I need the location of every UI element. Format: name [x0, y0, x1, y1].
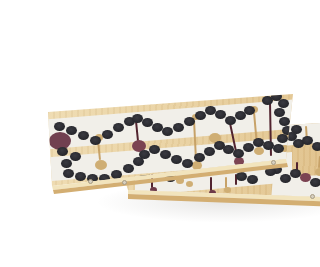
- screw: [122, 180, 127, 185]
- track-dot: [182, 159, 193, 168]
- track-dot: [273, 144, 284, 153]
- track-dot: [61, 159, 72, 168]
- screw: [88, 179, 93, 184]
- pin-circle: [192, 161, 202, 170]
- track-dot: [263, 141, 274, 150]
- track-dot: [70, 152, 81, 161]
- track-dot: [244, 106, 255, 115]
- track-dot: [277, 134, 288, 143]
- track-dot: [162, 127, 173, 136]
- track-dot: [90, 136, 101, 145]
- track-dot: [75, 172, 86, 181]
- track-dot: [194, 153, 205, 162]
- track-dot: [215, 110, 226, 119]
- track-dot: [279, 117, 290, 126]
- track-dot: [149, 145, 160, 154]
- track-dot: [139, 150, 150, 159]
- track-dot: [63, 169, 74, 178]
- track-dot: [160, 150, 171, 159]
- top-board-face: [40, 16, 320, 267]
- track-dot: [274, 108, 285, 117]
- track-dot: [57, 147, 68, 156]
- track-dot: [142, 118, 153, 127]
- track-dot: [173, 123, 184, 132]
- track-dot: [205, 106, 216, 115]
- track-dot: [152, 123, 163, 132]
- track-dot: [102, 130, 113, 139]
- screw: [271, 160, 276, 165]
- photo-stage: Product photo: two identical rectangular…: [40, 16, 320, 267]
- track-dot: [78, 131, 89, 140]
- pin-circle: [254, 147, 264, 155]
- track-dot: [243, 143, 254, 152]
- track-dot: [113, 123, 124, 132]
- track-dot: [195, 111, 206, 120]
- top-board: [40, 16, 320, 267]
- track-dot: [233, 149, 244, 158]
- track-dot: [223, 145, 234, 154]
- pin-circle: [95, 160, 107, 170]
- track-dot: [278, 99, 289, 108]
- track-dot: [123, 164, 134, 173]
- track-dot: [132, 114, 143, 123]
- track-dot: [225, 116, 236, 125]
- track-dot: [204, 147, 215, 156]
- track-dot: [66, 126, 77, 135]
- track-dot: [253, 138, 264, 147]
- track-dot: [171, 155, 182, 164]
- boards-root: [40, 16, 320, 267]
- track-dot: [54, 122, 65, 131]
- track-dot: [184, 117, 195, 126]
- track-dot: [111, 170, 122, 179]
